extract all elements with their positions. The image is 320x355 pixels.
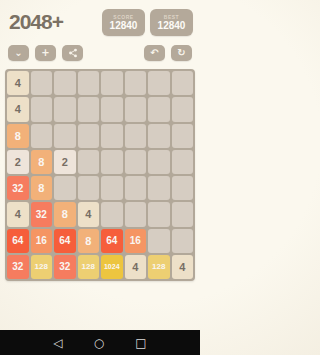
empty-cell [125, 150, 147, 174]
tile-4: 4 [172, 255, 194, 279]
empty-cell [101, 124, 123, 148]
empty-cell [148, 229, 170, 253]
app-title: 2048+ [9, 9, 63, 35]
score-panel: SCORE 12840 BEST 12840 [102, 9, 193, 36]
empty-cell [101, 150, 123, 174]
empty-cell [148, 202, 170, 226]
empty-cell [78, 124, 100, 148]
empty-cell [125, 124, 147, 148]
empty-cell [31, 97, 53, 121]
empty-cell [54, 124, 76, 148]
recents-square-icon: □ [135, 336, 146, 350]
empty-cell [78, 176, 100, 200]
tile-8: 8 [78, 229, 100, 253]
best-score-value: 12840 [158, 20, 186, 31]
toolbar: ⌄ + ↶ ↻ [0, 36, 200, 61]
tile-4: 4 [78, 202, 100, 226]
game-board[interactable]: 4482823284328464166486416321283212810244… [5, 69, 195, 281]
tile-1024: 1024 [101, 255, 123, 279]
empty-cell [54, 97, 76, 121]
tile-2: 2 [7, 150, 29, 174]
empty-cell [54, 71, 76, 95]
tile-32: 32 [31, 202, 53, 226]
tile-8: 8 [54, 202, 76, 226]
back-button[interactable]: ◁ [53, 337, 62, 349]
back-triangle-icon: ◁ [53, 336, 62, 350]
tile-64: 64 [7, 229, 29, 253]
empty-cell [31, 124, 53, 148]
tile-4: 4 [7, 202, 29, 226]
empty-cell [148, 176, 170, 200]
tile-8: 8 [31, 150, 53, 174]
empty-cell [101, 97, 123, 121]
empty-cell [78, 71, 100, 95]
tile-32: 32 [7, 176, 29, 200]
chevron-down-button[interactable]: ⌄ [8, 45, 29, 61]
tile-128: 128 [148, 255, 170, 279]
tile-8: 8 [31, 176, 53, 200]
empty-cell [172, 97, 194, 121]
tile-64: 64 [54, 229, 76, 253]
tile-8: 8 [7, 124, 29, 148]
empty-cell [172, 202, 194, 226]
tile-16: 16 [125, 229, 147, 253]
tile-4: 4 [7, 97, 29, 121]
undo-icon: ↶ [150, 48, 158, 58]
empty-cell [172, 176, 194, 200]
empty-cell [78, 150, 100, 174]
tile-2: 2 [54, 150, 76, 174]
share-button[interactable] [62, 45, 83, 61]
tile-32: 32 [7, 255, 29, 279]
share-icon [68, 48, 78, 58]
empty-cell [101, 176, 123, 200]
tile-128: 128 [31, 255, 53, 279]
score-box: SCORE 12840 [102, 9, 145, 36]
empty-cell [148, 71, 170, 95]
tile-32: 32 [54, 255, 76, 279]
chevron-down-icon: ⌄ [14, 48, 22, 58]
empty-cell [172, 71, 194, 95]
empty-cell [172, 150, 194, 174]
empty-cell [101, 71, 123, 95]
tile-16: 16 [31, 229, 53, 253]
tile-64: 64 [101, 229, 123, 253]
plus-button[interactable]: + [35, 45, 56, 61]
tile-4: 4 [125, 255, 147, 279]
plus-icon: + [41, 48, 49, 58]
empty-cell [148, 97, 170, 121]
home-circle-icon: ○ [94, 336, 104, 350]
recents-button[interactable]: □ [135, 337, 146, 349]
restart-button[interactable]: ↻ [171, 45, 192, 61]
empty-cell [172, 124, 194, 148]
restart-icon: ↻ [177, 48, 185, 58]
tile-4: 4 [7, 71, 29, 95]
empty-cell [125, 71, 147, 95]
empty-cell [172, 229, 194, 253]
empty-cell [148, 150, 170, 174]
home-button[interactable]: ○ [94, 337, 104, 349]
empty-cell [125, 97, 147, 121]
empty-cell [148, 124, 170, 148]
empty-cell [101, 202, 123, 226]
header: 2048+ SCORE 12840 BEST 12840 [0, 0, 200, 36]
empty-cell [78, 97, 100, 121]
empty-cell [125, 202, 147, 226]
score-value: 12840 [110, 20, 138, 31]
android-nav-bar: ◁ ○ □ [0, 330, 200, 355]
best-score-box: BEST 12840 [150, 9, 193, 36]
empty-cell [31, 71, 53, 95]
undo-button[interactable]: ↶ [144, 45, 165, 61]
empty-cell [125, 176, 147, 200]
tile-128: 128 [78, 255, 100, 279]
empty-cell [54, 176, 76, 200]
